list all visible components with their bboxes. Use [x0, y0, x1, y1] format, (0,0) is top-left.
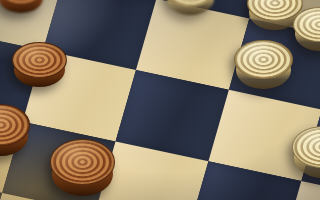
- checker-piece-dark[interactable]: [0, 0, 44, 13]
- piece-top-rings: [234, 40, 293, 79]
- checker-piece-light[interactable]: [234, 40, 293, 89]
- checker-piece-dark[interactable]: [0, 104, 30, 156]
- piece-top-rings: [50, 139, 115, 185]
- checker-piece-dark[interactable]: [12, 42, 67, 87]
- piece-top-rings: [12, 42, 67, 78]
- checker-piece-light[interactable]: [293, 7, 320, 51]
- pieces-layer: [0, 0, 320, 200]
- checker-piece-light[interactable]: [292, 126, 320, 178]
- checker-piece-dark[interactable]: [50, 139, 115, 196]
- checker-piece-light[interactable]: [166, 0, 215, 15]
- checkers-board-photo: [0, 0, 320, 200]
